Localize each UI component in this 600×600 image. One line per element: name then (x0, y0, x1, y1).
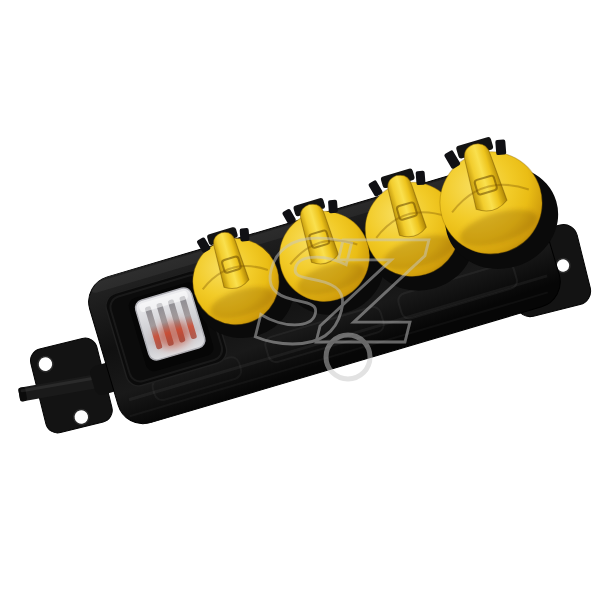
hinge-clip-icon (495, 139, 506, 155)
power-strip-illustration: SZ (0, 0, 600, 600)
hinge-clip-icon (416, 171, 426, 186)
product-photo: SZ (0, 0, 600, 600)
